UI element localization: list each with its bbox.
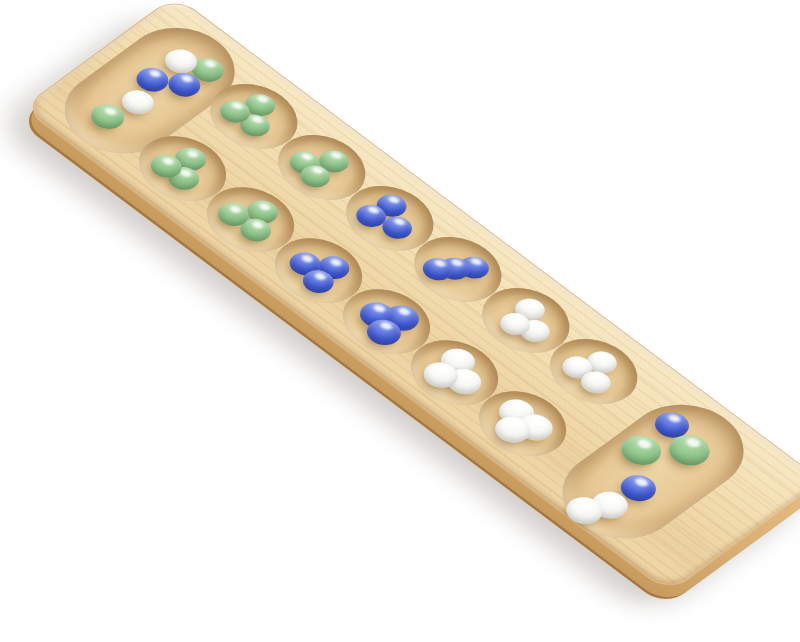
photo-background: { "game": "mancala", "position": { "layo… bbox=[0, 0, 800, 642]
board-top-face bbox=[21, 0, 800, 594]
board bbox=[21, 0, 800, 594]
mancala-board-scene: [6] 3 3 3 3 3 3 / 3 3 3 3 3 3 [6] bbox=[0, 0, 800, 642]
